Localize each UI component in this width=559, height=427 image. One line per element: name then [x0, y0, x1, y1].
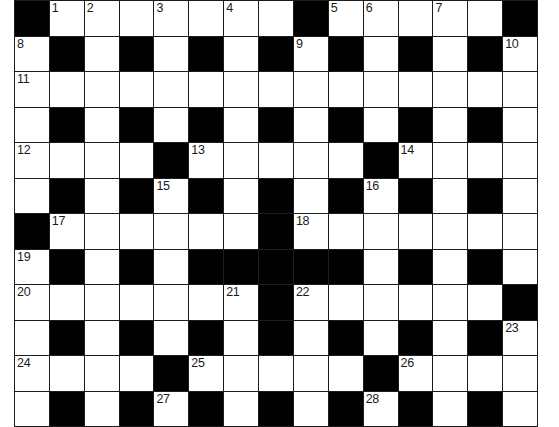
cell-r2-c4-black — [120, 37, 154, 72]
cell-r8-c8-black — [259, 250, 293, 285]
cell-r10-c13[interactable] — [433, 321, 467, 356]
cell-r1-c2[interactable]: 1 — [50, 1, 84, 36]
cell-r1-c14[interactable] — [468, 1, 502, 36]
cell-r3-c14[interactable] — [468, 72, 502, 107]
cell-r5-c2[interactable] — [50, 143, 84, 178]
cell-r2-c8-black — [259, 37, 293, 72]
cell-r5-c13[interactable] — [433, 143, 467, 178]
cell-r2-c3[interactable] — [85, 37, 119, 72]
cell-r3-c2[interactable] — [50, 72, 84, 107]
cell-r4-c7[interactable] — [224, 108, 258, 143]
cell-r1-c7[interactable]: 4 — [224, 1, 258, 36]
cell-r10-c4-black — [120, 321, 154, 356]
cell-r5-c15[interactable] — [503, 143, 537, 178]
cell-r11-c12[interactable]: 26 — [399, 356, 433, 391]
cell-r12-c1[interactable] — [15, 392, 49, 427]
cell-r7-c1-black — [15, 214, 49, 249]
cell-r3-c11[interactable] — [364, 72, 398, 107]
cell-r11-c6[interactable]: 25 — [189, 356, 223, 391]
cell-r6-c9[interactable] — [294, 179, 328, 214]
cell-r9-c13[interactable] — [433, 285, 467, 320]
cell-r6-c12-black — [399, 179, 433, 214]
cell-r6-c6-black — [189, 179, 223, 214]
cell-r11-c4[interactable] — [120, 356, 154, 391]
cell-r12-c3[interactable] — [85, 392, 119, 427]
cell-r9-c10[interactable] — [329, 285, 363, 320]
cell-r10-c3[interactable] — [85, 321, 119, 356]
cell-r1-c11[interactable]: 6 — [364, 1, 398, 36]
clue-number-27: 27 — [156, 392, 169, 406]
cell-r8-c15[interactable] — [503, 250, 537, 285]
cell-r12-c9[interactable] — [294, 392, 328, 427]
cell-r10-c5[interactable] — [154, 321, 188, 356]
cell-r1-c4[interactable] — [120, 1, 154, 36]
cell-r4-c13[interactable] — [433, 108, 467, 143]
cell-r2-c5[interactable] — [154, 37, 188, 72]
cell-r9-c7[interactable]: 21 — [224, 285, 258, 320]
clue-number-3: 3 — [156, 1, 163, 15]
cell-r6-c15[interactable] — [503, 179, 537, 214]
cell-r6-c8-black — [259, 179, 293, 214]
cell-r3-c8[interactable] — [259, 72, 293, 107]
cell-r8-c1[interactable]: 19 — [15, 250, 49, 285]
clue-number-2: 2 — [87, 1, 94, 15]
clue-number-1: 1 — [52, 1, 59, 15]
cell-r2-c14-black — [468, 37, 502, 72]
cell-r5-c5-black — [154, 143, 188, 178]
cell-r8-c12-black — [399, 250, 433, 285]
cell-r7-c6[interactable] — [189, 214, 223, 249]
cell-r7-c9[interactable]: 18 — [294, 214, 328, 249]
cell-r3-c13[interactable] — [433, 72, 467, 107]
cell-r9-c15-black — [503, 285, 537, 320]
crossword-page: 1234567891011121314151617181920212223242… — [0, 0, 559, 427]
cell-r11-c8[interactable] — [259, 356, 293, 391]
clue-number-26: 26 — [401, 356, 414, 370]
cell-r7-c2[interactable]: 17 — [50, 214, 84, 249]
cell-r7-c15[interactable] — [503, 214, 537, 249]
clue-number-20: 20 — [17, 285, 30, 299]
clue-number-14: 14 — [401, 143, 414, 157]
cell-r11-c10[interactable] — [329, 356, 363, 391]
cell-r12-c14-black — [468, 392, 502, 427]
cell-r4-c3[interactable] — [85, 108, 119, 143]
cell-r7-c10[interactable] — [329, 214, 363, 249]
cell-r5-c14[interactable] — [468, 143, 502, 178]
cell-r10-c2-black — [50, 321, 84, 356]
clue-number-25: 25 — [191, 356, 204, 370]
cell-r9-c12[interactable] — [399, 285, 433, 320]
clue-number-10: 10 — [505, 37, 518, 51]
clue-number-18: 18 — [296, 214, 309, 228]
cell-r3-c9[interactable] — [294, 72, 328, 107]
cell-r7-c14[interactable] — [468, 214, 502, 249]
clue-number-17: 17 — [52, 214, 65, 228]
clue-number-28: 28 — [366, 392, 379, 406]
cell-r6-c7[interactable] — [224, 179, 258, 214]
cell-r10-c15[interactable]: 23 — [503, 321, 537, 356]
cell-r8-c4-black — [120, 250, 154, 285]
cell-r9-c11[interactable] — [364, 285, 398, 320]
cell-r3-c1[interactable]: 11 — [15, 72, 49, 107]
cell-r4-c4-black — [120, 108, 154, 143]
cell-r12-c7[interactable] — [224, 392, 258, 427]
cell-r8-c5[interactable] — [154, 250, 188, 285]
clue-number-23: 23 — [505, 321, 518, 335]
cell-r4-c9[interactable] — [294, 108, 328, 143]
clue-number-21: 21 — [226, 285, 239, 299]
cell-r8-c9-black — [294, 250, 328, 285]
clue-number-8: 8 — [17, 37, 24, 51]
cell-r6-c4-black — [120, 179, 154, 214]
cell-r9-c14[interactable] — [468, 285, 502, 320]
cell-r12-c15[interactable] — [503, 392, 537, 427]
cell-r7-c5[interactable] — [154, 214, 188, 249]
cell-r11-c15[interactable] — [503, 356, 537, 391]
cell-r10-c12-black — [399, 321, 433, 356]
cell-r9-c1[interactable]: 20 — [15, 285, 49, 320]
cell-r1-c13[interactable]: 7 — [433, 1, 467, 36]
cell-r11-c11-black — [364, 356, 398, 391]
cell-r9-c2[interactable] — [50, 285, 84, 320]
cell-r2-c10-black — [329, 37, 363, 72]
cell-r2-c13[interactable] — [433, 37, 467, 72]
cell-r12-c10-black — [329, 392, 363, 427]
clue-number-19: 19 — [17, 250, 30, 264]
clue-number-12: 12 — [17, 143, 30, 157]
cell-r5-c8[interactable] — [259, 143, 293, 178]
cell-r5-c11-black — [364, 143, 398, 178]
cell-r1-c1-black — [15, 1, 49, 36]
cell-r3-c6[interactable] — [189, 72, 223, 107]
cell-r10-c9[interactable] — [294, 321, 328, 356]
cell-r4-c2-black — [50, 108, 84, 143]
cell-r8-c11[interactable] — [364, 250, 398, 285]
cell-r12-c6-black — [189, 392, 223, 427]
cell-r4-c1[interactable] — [15, 108, 49, 143]
cell-r5-c9[interactable] — [294, 143, 328, 178]
cell-r4-c12-black — [399, 108, 433, 143]
cell-r2-c15[interactable]: 10 — [503, 37, 537, 72]
cell-r1-c10[interactable]: 5 — [329, 1, 363, 36]
cell-r4-c11[interactable] — [364, 108, 398, 143]
cell-r11-c9[interactable] — [294, 356, 328, 391]
cell-r12-c5[interactable]: 27 — [154, 392, 188, 427]
cell-r6-c5[interactable]: 15 — [154, 179, 188, 214]
cell-r4-c14-black — [468, 108, 502, 143]
cell-r3-c5[interactable] — [154, 72, 188, 107]
cell-r11-c2[interactable] — [50, 356, 84, 391]
clue-number-24: 24 — [17, 356, 30, 370]
clue-number-9: 9 — [296, 37, 303, 51]
cell-r5-c12[interactable]: 14 — [399, 143, 433, 178]
cell-r12-c12-black — [399, 392, 433, 427]
cell-r9-c5[interactable] — [154, 285, 188, 320]
cell-r6-c14-black — [468, 179, 502, 214]
cell-r4-c15[interactable] — [503, 108, 537, 143]
cell-r5-c3[interactable] — [85, 143, 119, 178]
cell-r5-c4[interactable] — [120, 143, 154, 178]
clue-number-16: 16 — [366, 179, 379, 193]
cell-r3-c12[interactable] — [399, 72, 433, 107]
cell-r3-c7[interactable] — [224, 72, 258, 107]
cell-r7-c13[interactable] — [433, 214, 467, 249]
cell-r7-c3[interactable] — [85, 214, 119, 249]
cell-r1-c5[interactable]: 3 — [154, 1, 188, 36]
cell-r8-c14-black — [468, 250, 502, 285]
cell-r8-c10-black — [329, 250, 363, 285]
clue-number-15: 15 — [156, 179, 169, 193]
cell-r9-c3[interactable] — [85, 285, 119, 320]
clue-number-4: 4 — [226, 1, 233, 15]
cell-r2-c12-black — [399, 37, 433, 72]
cell-r12-c2-black — [50, 392, 84, 427]
cell-r1-c9-black — [294, 1, 328, 36]
cell-r4-c8-black — [259, 108, 293, 143]
cell-r12-c4-black — [120, 392, 154, 427]
cell-r12-c11[interactable]: 28 — [364, 392, 398, 427]
clue-number-11: 11 — [17, 72, 29, 86]
cell-r9-c6[interactable] — [189, 285, 223, 320]
cell-r8-c13[interactable] — [433, 250, 467, 285]
cell-r11-c3[interactable] — [85, 356, 119, 391]
cell-r10-c8-black — [259, 321, 293, 356]
cell-r8-c2-black — [50, 250, 84, 285]
cell-r10-c6-black — [189, 321, 223, 356]
clue-number-22: 22 — [296, 285, 309, 299]
cell-r7-c8-black — [259, 214, 293, 249]
cell-r7-c7[interactable] — [224, 214, 258, 249]
cell-r4-c6-black — [189, 108, 223, 143]
cell-r10-c7[interactable] — [224, 321, 258, 356]
cell-r11-c5-black — [154, 356, 188, 391]
clue-number-5: 5 — [331, 1, 338, 15]
cell-r7-c4[interactable] — [120, 214, 154, 249]
cell-r10-c11[interactable] — [364, 321, 398, 356]
cell-r4-c5[interactable] — [154, 108, 188, 143]
cell-r9-c8-black — [259, 285, 293, 320]
cell-r1-c6[interactable] — [189, 1, 223, 36]
cell-r4-c10-black — [329, 108, 363, 143]
cell-r11-c1[interactable]: 24 — [15, 356, 49, 391]
cell-r6-c11[interactable]: 16 — [364, 179, 398, 214]
cell-r5-c7[interactable] — [224, 143, 258, 178]
cell-r7-c11[interactable] — [364, 214, 398, 249]
cell-r8-c6-black — [189, 250, 223, 285]
cell-r1-c12[interactable] — [399, 1, 433, 36]
clue-number-7: 7 — [435, 1, 442, 15]
cell-r6-c2-black — [50, 179, 84, 214]
cell-r3-c3[interactable] — [85, 72, 119, 107]
cell-r2-c7[interactable] — [224, 37, 258, 72]
cell-r3-c10[interactable] — [329, 72, 363, 107]
cell-r3-c15[interactable] — [503, 72, 537, 107]
cell-r11-c7[interactable] — [224, 356, 258, 391]
cell-r10-c1[interactable] — [15, 321, 49, 356]
cell-r8-c7-black — [224, 250, 258, 285]
cell-r11-c14[interactable] — [468, 356, 502, 391]
cell-r1-c8[interactable] — [259, 1, 293, 36]
cell-r2-c1[interactable]: 8 — [15, 37, 49, 72]
cell-r5-c6[interactable]: 13 — [189, 143, 223, 178]
cell-r11-c13[interactable] — [433, 356, 467, 391]
cell-r6-c13[interactable] — [433, 179, 467, 214]
cell-r12-c8-black — [259, 392, 293, 427]
cell-r2-c6-black — [189, 37, 223, 72]
cell-r1-c15-black — [503, 1, 537, 36]
cell-r6-c3[interactable] — [85, 179, 119, 214]
cell-r1-c3[interactable]: 2 — [85, 1, 119, 36]
cell-r8-c3[interactable] — [85, 250, 119, 285]
cell-r2-c2-black — [50, 37, 84, 72]
cell-r6-c1[interactable] — [15, 179, 49, 214]
clue-number-13: 13 — [191, 143, 204, 157]
cell-r2-c9[interactable]: 9 — [294, 37, 328, 72]
cell-r2-c11[interactable] — [364, 37, 398, 72]
cell-r10-c10-black — [329, 321, 363, 356]
cell-r9-c9[interactable]: 22 — [294, 285, 328, 320]
crossword-board: 1234567891011121314151617181920212223242… — [14, 0, 538, 427]
cell-r10-c14-black — [468, 321, 502, 356]
cell-r12-c13[interactable] — [433, 392, 467, 427]
cell-r9-c4[interactable] — [120, 285, 154, 320]
cell-r5-c10[interactable] — [329, 143, 363, 178]
cell-r6-c10-black — [329, 179, 363, 214]
cell-r7-c12[interactable] — [399, 214, 433, 249]
cell-r5-c1[interactable]: 12 — [15, 143, 49, 178]
clue-number-6: 6 — [366, 1, 373, 15]
cell-r3-c4[interactable] — [120, 72, 154, 107]
